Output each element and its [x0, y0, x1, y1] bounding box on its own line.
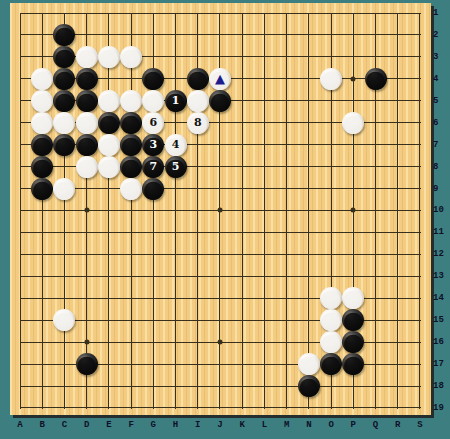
stone-white-E8[interactable]: ● [98, 156, 120, 178]
grid-line [264, 13, 265, 409]
stone-black-J5[interactable]: ● [209, 90, 231, 112]
stone-white-C9[interactable]: ● [53, 178, 75, 200]
row-label-18: 18 [433, 381, 444, 391]
grid-line [286, 13, 287, 409]
star-point [84, 340, 89, 345]
stone-glyph: ● [54, 177, 75, 201]
stone-white-D8[interactable]: ● [76, 156, 98, 178]
stone-black-G9[interactable]: ● [142, 178, 164, 200]
col-label-F: F [128, 420, 133, 430]
col-label-Q: Q [373, 420, 378, 430]
stone-white-F9[interactable]: ● [120, 178, 142, 200]
row-label-1: 1 [433, 8, 438, 18]
stone-white-C15[interactable]: ● [53, 309, 75, 331]
go-board[interactable]: ●●●●●●●●●●●▲●●●●●●●●●1●●●●●●●●6●8●●●●●●●… [10, 3, 431, 415]
star-point [217, 208, 222, 213]
col-label-R: R [395, 420, 400, 430]
stone-black-H8[interactable]: ●5 [165, 156, 187, 178]
stone-black-Q4[interactable]: ● [365, 68, 387, 90]
grid-line [20, 276, 421, 277]
row-label-13: 13 [433, 271, 444, 281]
stone-black-H5[interactable]: ●1 [165, 90, 187, 112]
grid-line [397, 13, 398, 409]
col-label-D: D [84, 420, 89, 430]
col-label-H: H [173, 420, 178, 430]
stone-glyph: ● [76, 352, 97, 376]
stone-glyph: ● [298, 374, 319, 398]
col-label-L: L [262, 420, 267, 430]
stone-glyph: ● [32, 177, 53, 201]
grid-line [20, 34, 421, 35]
star-point [217, 340, 222, 345]
stone-glyph: ● [54, 308, 75, 332]
row-label-9: 9 [433, 184, 438, 194]
col-label-K: K [239, 420, 244, 430]
grid-line [20, 407, 421, 408]
stone-white-O4[interactable]: ● [320, 68, 342, 90]
move-number: 8 [187, 112, 209, 134]
stone-glyph: ● [209, 89, 230, 113]
star-point [351, 208, 356, 213]
stone-glyph: ● [98, 45, 119, 69]
grid-line [20, 386, 421, 387]
star-point [84, 208, 89, 213]
col-label-I: I [195, 420, 200, 430]
grid-line [108, 13, 109, 409]
grid-line [20, 232, 421, 233]
stone-glyph: ● [143, 177, 164, 201]
stone-glyph: ● [76, 155, 97, 179]
move-number: 5 [165, 156, 187, 178]
col-label-G: G [151, 420, 156, 430]
stone-black-O17[interactable]: ● [320, 353, 342, 375]
grid-line [20, 188, 421, 189]
col-label-A: A [17, 420, 22, 430]
stone-glyph: ● [321, 67, 342, 91]
move-number: 1 [165, 90, 187, 112]
row-label-8: 8 [433, 162, 438, 172]
star-point [351, 76, 356, 81]
stone-glyph: ● [121, 177, 142, 201]
stone-black-D17[interactable]: ● [76, 353, 98, 375]
grid-line [20, 13, 21, 409]
row-label-6: 6 [433, 118, 438, 128]
stone-white-P6[interactable]: ● [342, 112, 364, 134]
row-label-5: 5 [433, 96, 438, 106]
triangle-marker-icon: ▲ [215, 72, 225, 85]
col-label-O: O [328, 420, 333, 430]
col-label-S: S [417, 420, 422, 430]
row-label-3: 3 [433, 52, 438, 62]
stone-white-F3[interactable]: ● [120, 46, 142, 68]
stone-black-P17[interactable]: ● [342, 353, 364, 375]
grid-line [131, 13, 132, 409]
row-label-17: 17 [433, 359, 444, 369]
col-label-J: J [217, 420, 222, 430]
stone-glyph: ● [365, 67, 386, 91]
row-label-12: 12 [433, 249, 444, 259]
stone-black-N18[interactable]: ● [298, 375, 320, 397]
row-label-19: 19 [433, 403, 444, 413]
stone-black-C7[interactable]: ● [53, 134, 75, 156]
col-label-B: B [40, 420, 45, 430]
stone-glyph: ● [121, 45, 142, 69]
row-label-16: 16 [433, 337, 444, 347]
stone-glyph: ● [343, 111, 364, 135]
stone-glyph: ● [343, 352, 364, 376]
col-label-C: C [62, 420, 67, 430]
row-label-2: 2 [433, 30, 438, 40]
row-label-7: 7 [433, 140, 438, 150]
grid-line [175, 13, 176, 409]
row-label-11: 11 [433, 227, 444, 237]
col-label-P: P [351, 420, 356, 430]
stone-white-E3[interactable]: ● [98, 46, 120, 68]
col-label-M: M [284, 420, 289, 430]
stone-white-I6[interactable]: ●8 [187, 112, 209, 134]
grid-line [242, 13, 243, 409]
col-label-E: E [106, 420, 111, 430]
stone-glyph: ● [54, 133, 75, 157]
stone-black-B9[interactable]: ● [31, 178, 53, 200]
row-label-4: 4 [433, 74, 438, 84]
stone-glyph: ● [321, 352, 342, 376]
row-label-14: 14 [433, 293, 444, 303]
grid-line [20, 254, 421, 255]
grid-line [419, 13, 420, 409]
grid-line [20, 13, 421, 14]
row-label-10: 10 [433, 205, 444, 215]
stone-glyph: ● [98, 155, 119, 179]
row-label-15: 15 [433, 315, 444, 325]
col-label-N: N [306, 420, 311, 430]
